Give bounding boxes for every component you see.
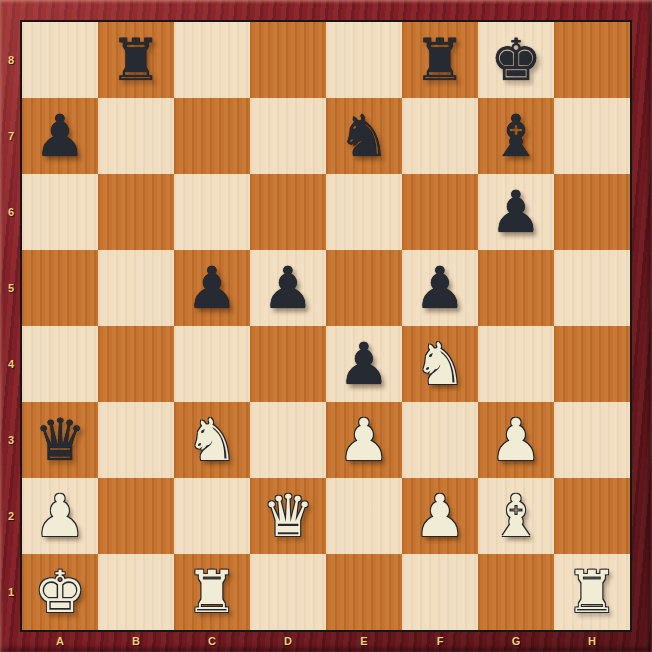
square-b1[interactable] (98, 554, 174, 630)
white-king[interactable]: ♚ (22, 554, 98, 630)
square-b8[interactable]: ♜ (98, 22, 174, 98)
square-d2[interactable]: ♛ (250, 478, 326, 554)
square-a6[interactable] (22, 174, 98, 250)
square-e6[interactable] (326, 174, 402, 250)
black-knight[interactable]: ♞ (326, 98, 402, 174)
square-g8[interactable]: ♚ (478, 22, 554, 98)
square-e5[interactable] (326, 250, 402, 326)
square-d3[interactable] (250, 402, 326, 478)
file-label-a: A (22, 630, 98, 652)
square-e1[interactable] (326, 554, 402, 630)
square-f5[interactable]: ♟ (402, 250, 478, 326)
square-a4[interactable] (22, 326, 98, 402)
square-f6[interactable] (402, 174, 478, 250)
square-c3[interactable]: ♞ (174, 402, 250, 478)
black-pawn[interactable]: ♟ (174, 250, 250, 326)
file-label-b: B (98, 630, 174, 652)
square-h6[interactable] (554, 174, 630, 250)
square-g4[interactable] (478, 326, 554, 402)
square-b4[interactable] (98, 326, 174, 402)
white-rook[interactable]: ♜ (174, 554, 250, 630)
square-h1[interactable]: ♜ (554, 554, 630, 630)
black-queen[interactable]: ♛ (22, 402, 98, 478)
rank-label-5: 5 (0, 250, 22, 326)
white-bishop[interactable]: ♝ (478, 478, 554, 554)
rank-label-8: 8 (0, 22, 22, 98)
square-a5[interactable] (22, 250, 98, 326)
black-pawn[interactable]: ♟ (402, 250, 478, 326)
white-pawn[interactable]: ♟ (326, 402, 402, 478)
square-c6[interactable] (174, 174, 250, 250)
square-c5[interactable]: ♟ (174, 250, 250, 326)
square-a7[interactable]: ♟ (22, 98, 98, 174)
square-b7[interactable] (98, 98, 174, 174)
square-a8[interactable] (22, 22, 98, 98)
file-label-h: H (554, 630, 630, 652)
square-g3[interactable]: ♟ (478, 402, 554, 478)
square-f7[interactable] (402, 98, 478, 174)
square-f2[interactable]: ♟ (402, 478, 478, 554)
square-d4[interactable] (250, 326, 326, 402)
square-c7[interactable] (174, 98, 250, 174)
square-g5[interactable] (478, 250, 554, 326)
square-b2[interactable] (98, 478, 174, 554)
white-knight[interactable]: ♞ (174, 402, 250, 478)
square-f8[interactable]: ♜ (402, 22, 478, 98)
square-g1[interactable] (478, 554, 554, 630)
black-pawn[interactable]: ♟ (22, 98, 98, 174)
board: ♜♜♚♟♞♝♟♟♟♟♟♞♛♞♟♟♟♛♟♝♚♜♜ (22, 22, 630, 630)
square-h8[interactable] (554, 22, 630, 98)
black-rook[interactable]: ♜ (402, 22, 478, 98)
white-pawn[interactable]: ♟ (478, 402, 554, 478)
file-label-d: D (250, 630, 326, 652)
square-h4[interactable] (554, 326, 630, 402)
square-c4[interactable] (174, 326, 250, 402)
white-rook[interactable]: ♜ (554, 554, 630, 630)
square-e3[interactable]: ♟ (326, 402, 402, 478)
square-e4[interactable]: ♟ (326, 326, 402, 402)
white-pawn[interactable]: ♟ (402, 478, 478, 554)
square-c1[interactable]: ♜ (174, 554, 250, 630)
square-b3[interactable] (98, 402, 174, 478)
file-label-e: E (326, 630, 402, 652)
square-g6[interactable]: ♟ (478, 174, 554, 250)
rank-label-4: 4 (0, 326, 22, 402)
square-h7[interactable] (554, 98, 630, 174)
square-h3[interactable] (554, 402, 630, 478)
black-king[interactable]: ♚ (478, 22, 554, 98)
square-e8[interactable] (326, 22, 402, 98)
rank-label-1: 1 (0, 554, 22, 630)
square-c2[interactable] (174, 478, 250, 554)
square-h2[interactable] (554, 478, 630, 554)
square-e7[interactable]: ♞ (326, 98, 402, 174)
square-d7[interactable] (250, 98, 326, 174)
square-d8[interactable] (250, 22, 326, 98)
white-queen[interactable]: ♛ (250, 478, 326, 554)
black-pawn[interactable]: ♟ (326, 326, 402, 402)
file-label-c: C (174, 630, 250, 652)
square-d6[interactable] (250, 174, 326, 250)
square-b6[interactable] (98, 174, 174, 250)
square-g7[interactable]: ♝ (478, 98, 554, 174)
square-a1[interactable]: ♚ (22, 554, 98, 630)
square-a2[interactable]: ♟ (22, 478, 98, 554)
white-knight[interactable]: ♞ (402, 326, 478, 402)
black-pawn[interactable]: ♟ (478, 174, 554, 250)
rank-label-3: 3 (0, 402, 22, 478)
white-pawn[interactable]: ♟ (22, 478, 98, 554)
square-b5[interactable] (98, 250, 174, 326)
square-g2[interactable]: ♝ (478, 478, 554, 554)
square-e2[interactable] (326, 478, 402, 554)
rank-label-7: 7 (0, 98, 22, 174)
square-h5[interactable] (554, 250, 630, 326)
square-c8[interactable] (174, 22, 250, 98)
black-pawn[interactable]: ♟ (250, 250, 326, 326)
rank-labels: 87654321 (0, 22, 22, 630)
file-label-g: G (478, 630, 554, 652)
rank-label-6: 6 (0, 174, 22, 250)
file-labels: ABCDEFGH (22, 630, 630, 652)
rank-label-2: 2 (0, 478, 22, 554)
square-d5[interactable]: ♟ (250, 250, 326, 326)
black-bishop[interactable]: ♝ (478, 98, 554, 174)
board-frame: ♜♜♚♟♞♝♟♟♟♟♟♞♛♞♟♟♟♛♟♝♚♜♜ 87654321 ABCDEFG… (0, 0, 652, 652)
black-rook[interactable]: ♜ (98, 22, 174, 98)
square-f1[interactable] (402, 554, 478, 630)
square-a3[interactable]: ♛ (22, 402, 98, 478)
square-f4[interactable]: ♞ (402, 326, 478, 402)
square-f3[interactable] (402, 402, 478, 478)
file-label-f: F (402, 630, 478, 652)
square-d1[interactable] (250, 554, 326, 630)
